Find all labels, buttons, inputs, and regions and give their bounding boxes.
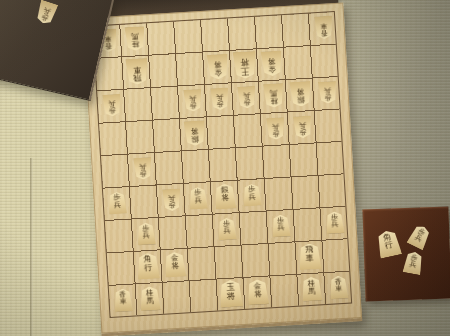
piece-kanji: 兵 [133, 162, 151, 170]
piece-kanji: 兵 [326, 221, 344, 229]
shogi-piece-sente-bishop[interactable]: 角行 [375, 229, 402, 259]
shogi-piece-gote-pawn[interactable]: 歩兵 [237, 86, 256, 109]
piece-kanji: 車 [125, 65, 147, 74]
piece-kanji: 金 [261, 65, 282, 74]
shogi-piece-sente-lance[interactable]: 香車 [329, 275, 348, 299]
piece-kanji: 車 [114, 298, 132, 306]
shogi-piece-sente-gold[interactable]: 金将 [164, 251, 186, 277]
shogi-piece-sente-lance[interactable]: 香車 [113, 288, 132, 312]
piece-kanji: 車 [330, 285, 348, 293]
piece-kanji: 兵 [183, 94, 201, 102]
shogi-piece-gote-pawn[interactable]: 歩兵 [183, 89, 202, 112]
shogi-piece-sente-silver[interactable]: 銀将 [214, 183, 236, 209]
piece-kanji: 兵 [272, 224, 290, 232]
shogi-piece-gote-pawn[interactable]: 歩兵 [292, 115, 311, 138]
piece-kanji: 歩 [103, 107, 121, 115]
shogi-piece-gote-silver[interactable]: 銀将 [289, 81, 311, 107]
piece-kanji: 王 [233, 67, 256, 77]
shogi-piece-sente-rook[interactable]: 飛車 [298, 243, 322, 270]
piece-kanji: 兵 [210, 93, 228, 101]
tatami-seam [30, 158, 33, 336]
piece-kanji: 銀 [184, 135, 205, 144]
shogi-piece-sente-bishop[interactable]: 角行 [136, 252, 160, 279]
piece-kanji: 車 [299, 254, 321, 263]
shogi-piece-gote-rook[interactable]: 飛車 [125, 58, 149, 85]
piece-kanji: 将 [164, 262, 185, 271]
shogi-piece-sente-knight[interactable]: 桂馬 [139, 286, 160, 311]
piece-kanji: 兵 [237, 91, 255, 99]
piece-kanji: 歩 [133, 170, 151, 178]
piece-kanji: 馬 [124, 32, 144, 41]
shogi-board: 香車桂馬香車飛車金将王将金将歩兵歩兵歩兵歩兵桂馬銀将歩兵銀将歩兵歩兵歩兵歩兵歩兵… [83, 3, 362, 336]
shogi-piece-gote-pawn[interactable]: 歩兵 [133, 157, 152, 180]
piece-kanji: 兵 [162, 193, 180, 201]
piece-kanji: 歩 [210, 100, 228, 108]
shogi-piece-sente-knight[interactable]: 桂馬 [301, 276, 322, 301]
shogi-piece-sente-pawn[interactable]: 歩兵 [325, 211, 344, 234]
shogi-piece-gote-pawn[interactable]: 歩兵 [266, 117, 285, 140]
shogi-piece-sente-pawn[interactable]: 歩兵 [217, 217, 236, 240]
shogi-piece-sente-pawn[interactable]: 歩兵 [271, 214, 290, 237]
piece-kanji: 将 [247, 289, 268, 298]
piece-kanji: 将 [214, 194, 235, 203]
shogi-piece-sente-king[interactable]: 玉将 [219, 279, 244, 307]
piece-kanji: 歩 [318, 94, 336, 102]
piece-kanji: 将 [232, 58, 255, 68]
piece-kanji: 兵 [108, 201, 126, 209]
sente-piece-stand: 角行歩兵歩兵 [362, 207, 450, 302]
piece-kanji: 桂 [125, 40, 145, 49]
shogi-piece-gote-pawn[interactable]: 歩兵 [102, 94, 121, 117]
piece-kanji: 兵 [266, 122, 284, 130]
board-grid: 香車桂馬香車飛車金将王将金将歩兵歩兵歩兵歩兵桂馬銀将歩兵銀将歩兵歩兵歩兵歩兵歩兵… [92, 11, 352, 318]
piece-kanji: 兵 [102, 99, 120, 107]
shogi-piece-gote-gold[interactable]: 金将 [260, 50, 282, 76]
piece-kanji: 金 [207, 68, 228, 77]
shogi-piece-sente-gold[interactable]: 金将 [247, 279, 269, 305]
shogi-piece-gote-pawn[interactable]: 歩兵 [34, 0, 58, 26]
shogi-piece-gote-silver[interactable]: 銀将 [183, 120, 205, 146]
piece-kanji: 馬 [302, 287, 322, 296]
piece-kanji: 行 [137, 263, 159, 272]
shogi-piece-gote-pawn[interactable]: 歩兵 [317, 81, 336, 104]
shogi-piece-gote-pawn[interactable]: 歩兵 [210, 88, 229, 111]
piece-kanji: 兵 [293, 120, 311, 128]
shogi-piece-gote-knight[interactable]: 桂馬 [124, 26, 145, 51]
piece-kanji: 兵 [318, 86, 336, 94]
shogi-piece-sente-pawn[interactable]: 歩兵 [108, 191, 127, 214]
piece-kanji: 兵 [218, 227, 236, 235]
piece-kanji: 将 [219, 291, 242, 301]
shogi-piece-gote-lance[interactable]: 香車 [314, 16, 333, 40]
piece-kanji: 歩 [237, 99, 255, 107]
shogi-piece-gote-gold[interactable]: 金将 [206, 53, 228, 79]
piece-kanji: 将 [260, 57, 281, 66]
shogi-piece-gote-king[interactable]: 王将 [232, 51, 257, 79]
shogi-piece-sente-pawn[interactable]: 歩兵 [137, 222, 156, 245]
piece-kanji: 銀 [290, 96, 311, 105]
piece-kanji: 桂 [263, 97, 283, 106]
piece-kanji: 歩 [183, 102, 201, 110]
shogi-piece-sente-pawn[interactable]: 歩兵 [242, 183, 261, 206]
piece-kanji: 香 [314, 29, 332, 37]
shogi-photo-scene: 歩兵 香車桂馬香車飛車金将王将金将歩兵歩兵歩兵歩兵桂馬銀将歩兵銀将歩兵歩兵歩兵歩… [0, 0, 450, 336]
piece-kanji: 馬 [263, 89, 283, 98]
piece-kanji: 兵 [137, 232, 155, 240]
shogi-piece-gote-knight[interactable]: 桂馬 [263, 83, 284, 108]
piece-kanji: 将 [289, 88, 310, 97]
shogi-piece-gote-pawn[interactable]: 歩兵 [162, 188, 181, 211]
piece-kanji: 将 [183, 127, 204, 136]
piece-kanji: 兵 [243, 193, 261, 201]
piece-kanji: 車 [314, 22, 332, 30]
piece-kanji: 将 [207, 60, 228, 69]
shogi-piece-sente-pawn[interactable]: 歩兵 [189, 187, 208, 210]
piece-kanji: 兵 [189, 197, 207, 205]
shogi-piece-sente-pawn[interactable]: 歩兵 [406, 223, 432, 251]
piece-kanji: 馬 [140, 296, 160, 305]
shogi-piece-sente-pawn[interactable]: 歩兵 [403, 250, 425, 275]
